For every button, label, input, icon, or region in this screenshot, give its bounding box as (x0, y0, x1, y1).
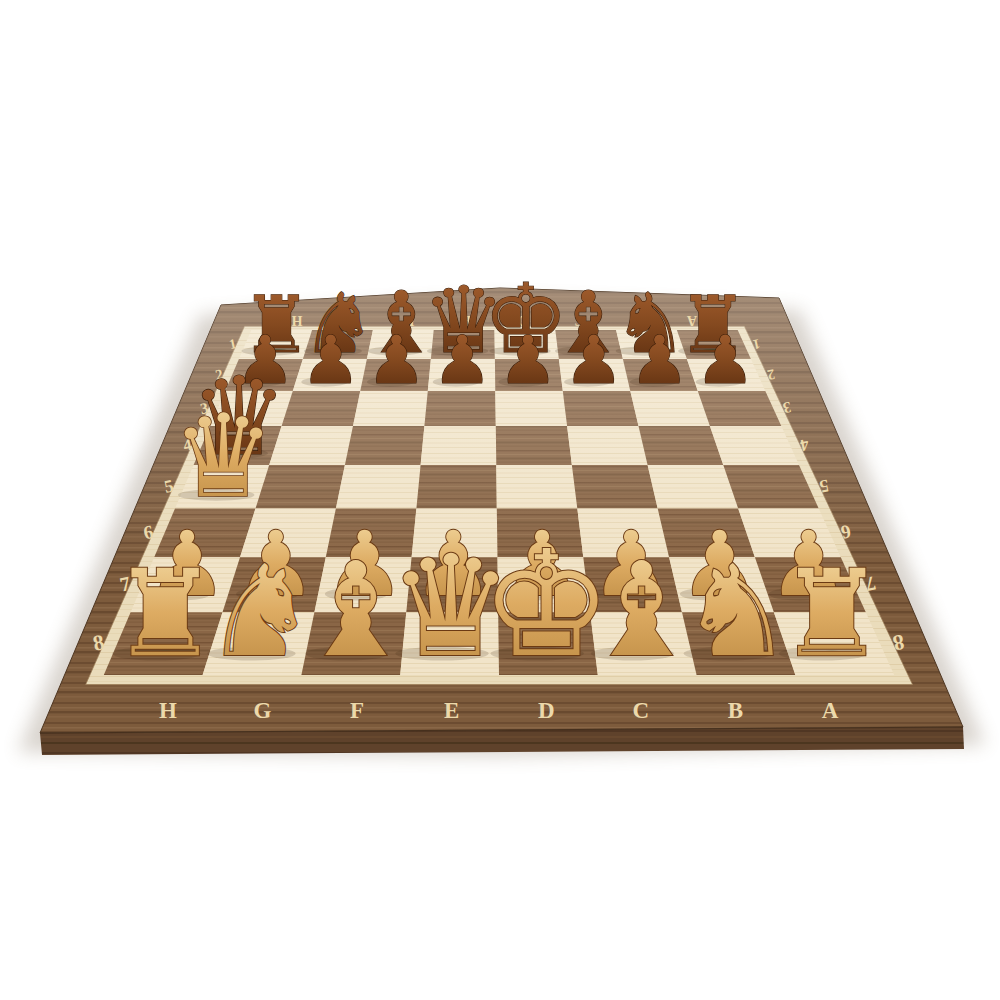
piece-dark-pawn-g2[interactable]: ♟ (301, 321, 360, 399)
square-d4[interactable] (496, 426, 572, 465)
dark-pawn-glyph: ♟ (498, 321, 557, 399)
square-b5[interactable] (648, 465, 739, 509)
file-label-bottom-g: G (254, 698, 272, 723)
dark-pawn-glyph: ♟ (630, 321, 689, 399)
square-b4[interactable] (639, 426, 724, 465)
file-label-bottom-f: F (350, 698, 364, 723)
piece-dark-pawn-f2[interactable]: ♟ (367, 321, 426, 399)
light-queen-glyph: ♛ (172, 390, 275, 523)
square-f4[interactable] (345, 426, 425, 465)
dark-pawn-glyph: ♟ (432, 321, 491, 399)
piece-dark-pawn-e2[interactable]: ♟ (432, 321, 491, 399)
square-e4[interactable] (421, 426, 497, 465)
dark-pawn-glyph: ♟ (564, 321, 623, 399)
dark-pawn-glyph: ♟ (301, 321, 360, 399)
chessboard-photo: HGFEDCBAHGFEDCBA1234567812345678♜♞♝♛♚♝♞♜… (0, 0, 1000, 1000)
file-label-bottom-b: B (728, 698, 743, 723)
file-label-bottom-d: D (538, 698, 555, 723)
square-e5[interactable] (416, 465, 496, 509)
file-label-bottom-c: C (633, 698, 650, 723)
piece-light-rook-h8[interactable]: ♜ (112, 544, 220, 683)
piece-light-queen-h5[interactable]: ♛ (172, 390, 275, 523)
file-label-bottom-h: H (159, 698, 177, 723)
square-d5[interactable] (496, 465, 577, 509)
piece-dark-pawn-c2[interactable]: ♟ (564, 321, 623, 399)
piece-light-knight-b8[interactable]: ♞ (680, 538, 793, 685)
square-f5[interactable] (336, 465, 421, 509)
light-knight-glyph: ♞ (680, 538, 793, 685)
light-rook-glyph: ♜ (112, 544, 220, 683)
file-label-bottom-a: A (822, 698, 839, 723)
dark-pawn-glyph: ♟ (695, 321, 754, 399)
piece-dark-pawn-a2[interactable]: ♟ (695, 321, 754, 399)
piece-light-rook-a8[interactable]: ♜ (778, 544, 886, 683)
light-rook-glyph: ♜ (778, 544, 886, 683)
piece-dark-pawn-d2[interactable]: ♟ (498, 321, 557, 399)
piece-dark-pawn-b2[interactable]: ♟ (630, 321, 689, 399)
board-svg: HGFEDCBAHGFEDCBA1234567812345678♜♞♝♛♚♝♞♜… (0, 0, 1000, 1000)
dark-pawn-glyph: ♟ (367, 321, 426, 399)
square-c5[interactable] (572, 465, 658, 509)
file-label-bottom-e: E (444, 698, 459, 723)
square-c4[interactable] (567, 426, 648, 465)
